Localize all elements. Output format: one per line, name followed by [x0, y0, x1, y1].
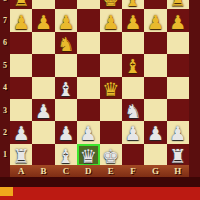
file-label-E: E: [100, 165, 122, 177]
square-h2[interactable]: ♟: [167, 121, 189, 143]
white-knight: ♞: [125, 101, 142, 121]
file-label-G: G: [144, 165, 166, 177]
white-pawn: ♟: [13, 123, 30, 143]
black-pawn: ♟: [13, 12, 30, 32]
square-b2[interactable]: [32, 121, 54, 143]
white-pawn: ♟: [125, 123, 142, 143]
square-f3[interactable]: ♞: [122, 99, 144, 121]
rank-labels: 87654321: [0, 0, 10, 166]
square-a8[interactable]: ♜: [10, 0, 32, 9]
black-rook: ♜: [169, 0, 186, 9]
square-f2[interactable]: ♟: [122, 121, 144, 143]
square-d7[interactable]: [77, 9, 99, 31]
square-e1[interactable]: ♚: [100, 144, 122, 166]
rank-label-4: 4: [0, 77, 10, 99]
black-pawn: ♟: [169, 12, 186, 32]
square-e6[interactable]: [100, 32, 122, 54]
square-b5[interactable]: [32, 54, 54, 76]
square-h8[interactable]: ♜: [167, 0, 189, 9]
square-b7[interactable]: ♟: [32, 9, 54, 31]
bottom-status-bar: [0, 187, 200, 200]
square-c7[interactable]: ♟: [55, 9, 77, 31]
file-label-F: F: [122, 165, 144, 177]
file-label-A: A: [10, 165, 32, 177]
black-queen: ♛: [102, 79, 119, 99]
square-b6[interactable]: [32, 32, 54, 54]
black-pawn: ♟: [35, 12, 52, 32]
file-label-D: D: [77, 165, 99, 177]
square-e7[interactable]: ♟: [100, 9, 122, 31]
black-pawn: ♟: [147, 12, 164, 32]
square-f6[interactable]: [122, 32, 144, 54]
square-c8[interactable]: [55, 0, 77, 9]
square-a2[interactable]: ♟: [10, 121, 32, 143]
square-e2[interactable]: [100, 121, 122, 143]
bottom-left-indicator: [0, 187, 13, 196]
square-c6[interactable]: ♞: [55, 32, 77, 54]
white-pawn: ♟: [35, 101, 52, 121]
square-h5[interactable]: [167, 54, 189, 76]
square-g5[interactable]: [144, 54, 166, 76]
square-a5[interactable]: [10, 54, 32, 76]
rank-label-3: 3: [0, 99, 10, 121]
square-e4[interactable]: ♛: [100, 77, 122, 99]
square-e5[interactable]: [100, 54, 122, 76]
square-d5[interactable]: [77, 54, 99, 76]
square-c2[interactable]: ♟: [55, 121, 77, 143]
square-c4[interactable]: ♝: [55, 77, 77, 99]
square-h3[interactable]: [167, 99, 189, 121]
white-bishop: ♝: [57, 79, 74, 99]
square-e3[interactable]: [100, 99, 122, 121]
square-h1[interactable]: ♜: [167, 144, 189, 166]
square-d1[interactable]: ♛: [77, 144, 99, 166]
file-labels: ABCDEFGH: [10, 165, 189, 177]
square-f1[interactable]: [122, 144, 144, 166]
black-knight: ♞: [57, 34, 74, 54]
square-g6[interactable]: [144, 32, 166, 54]
black-pawn: ♟: [102, 12, 119, 32]
black-bishop: ♝: [125, 56, 142, 76]
black-pawn: ♟: [57, 12, 74, 32]
square-d3[interactable]: [77, 99, 99, 121]
file-label-H: H: [167, 165, 189, 177]
black-rook: ♜: [13, 0, 30, 9]
square-a1[interactable]: ♜: [10, 144, 32, 166]
black-bishop: ♝: [125, 0, 142, 9]
rank-label-5: 5: [0, 54, 10, 76]
square-a3[interactable]: [10, 99, 32, 121]
square-f5[interactable]: ♝: [122, 54, 144, 76]
square-g2[interactable]: ♟: [144, 121, 166, 143]
square-c1[interactable]: ♝: [55, 144, 77, 166]
board-right-border: [189, 0, 200, 177]
square-h4[interactable]: [167, 77, 189, 99]
square-f4[interactable]: [122, 77, 144, 99]
square-a6[interactable]: [10, 32, 32, 54]
square-g7[interactable]: ♟: [144, 9, 166, 31]
file-label-B: B: [32, 165, 54, 177]
black-king: ♚: [102, 0, 119, 9]
white-pawn: ♟: [169, 123, 186, 143]
square-c3[interactable]: [55, 99, 77, 121]
square-g8[interactable]: [144, 0, 166, 9]
square-b4[interactable]: [32, 77, 54, 99]
rank-label-8: 8: [0, 0, 10, 9]
white-queen: ♛: [80, 146, 97, 166]
white-rook: ♜: [169, 146, 186, 166]
white-king: ♚: [102, 146, 119, 166]
white-pawn: ♟: [80, 123, 97, 143]
square-d6[interactable]: [77, 32, 99, 54]
file-label-C: C: [55, 165, 77, 177]
chess-game-screen: 87654321 ♜♚♝♜♟♟♟♟♟♟♟♞♝♝♛♟♞♟♟♟♟♟♟♜♝♛♚♜ AB…: [0, 0, 200, 200]
square-f7[interactable]: ♟: [122, 9, 144, 31]
square-g3[interactable]: [144, 99, 166, 121]
rank-label-2: 2: [0, 121, 10, 143]
chess-board: ♜♚♝♜♟♟♟♟♟♟♟♞♝♝♛♟♞♟♟♟♟♟♟♜♝♛♚♜: [10, 0, 189, 166]
square-a4[interactable]: [10, 77, 32, 99]
black-pawn: ♟: [125, 12, 142, 32]
rank-label-1: 1: [0, 144, 10, 166]
square-a7[interactable]: ♟: [10, 9, 32, 31]
white-pawn: ♟: [57, 123, 74, 143]
square-b1[interactable]: [32, 144, 54, 166]
square-b3[interactable]: ♟: [32, 99, 54, 121]
square-e8[interactable]: ♚: [100, 0, 122, 9]
white-bishop: ♝: [57, 146, 74, 166]
square-f8[interactable]: ♝: [122, 0, 144, 9]
square-d2[interactable]: ♟: [77, 121, 99, 143]
square-h7[interactable]: ♟: [167, 9, 189, 31]
rank-label-6: 6: [0, 32, 10, 54]
square-c5[interactable]: [55, 54, 77, 76]
white-pawn: ♟: [147, 123, 164, 143]
square-g1[interactable]: [144, 144, 166, 166]
rank-label-7: 7: [0, 9, 10, 31]
square-h6[interactable]: [167, 32, 189, 54]
square-d4[interactable]: [77, 77, 99, 99]
bottom-frame-band: [0, 177, 200, 187]
square-b8[interactable]: [32, 0, 54, 9]
square-d8[interactable]: [77, 0, 99, 9]
square-g4[interactable]: [144, 77, 166, 99]
white-rook: ♜: [13, 146, 30, 166]
